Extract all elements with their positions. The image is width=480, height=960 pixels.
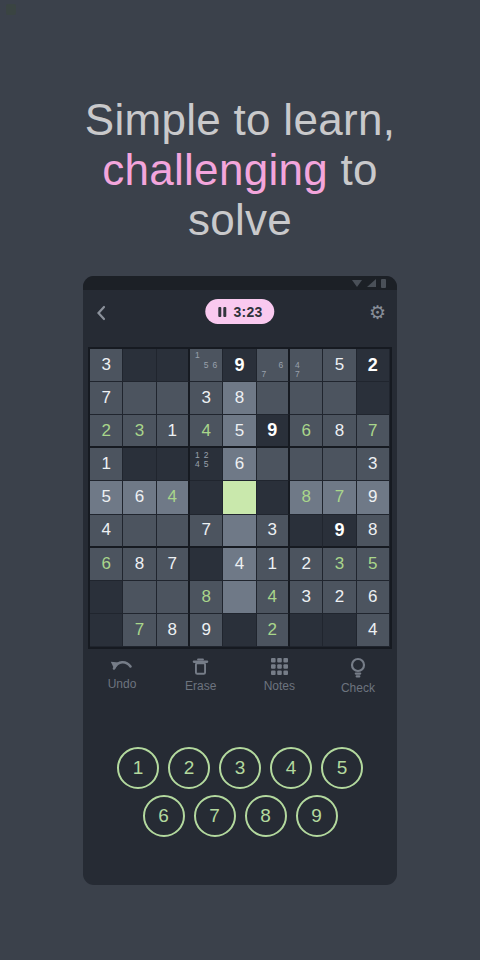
cell-r8c8[interactable]: 2 xyxy=(323,581,356,614)
pencil-mark xyxy=(202,351,211,360)
pencil-mark xyxy=(302,370,311,379)
pencil-mark xyxy=(211,450,220,459)
pencil-mark: 6 xyxy=(277,360,285,369)
numpad-row-1: 12345 xyxy=(117,747,363,789)
cell-r9c5[interactable] xyxy=(223,614,256,647)
cell-r2c7[interactable] xyxy=(290,382,323,415)
cell-r4c7[interactable] xyxy=(290,448,323,481)
numpad-button-2[interactable]: 2 xyxy=(168,747,210,789)
cell-r4c5[interactable]: 6 xyxy=(223,448,256,481)
numpad-button-9[interactable]: 9 xyxy=(296,795,338,837)
pencil-mark xyxy=(193,370,202,379)
cell-r3c9[interactable]: 7 xyxy=(357,415,390,448)
cell-r2c3[interactable] xyxy=(157,382,190,415)
cell-r2c5[interactable]: 8 xyxy=(223,382,256,415)
numpad-button-3[interactable]: 3 xyxy=(219,747,261,789)
pencil-mark xyxy=(311,351,320,360)
headline-highlight: challenging xyxy=(102,145,328,194)
pencil-mark xyxy=(302,351,311,360)
pencil-mark xyxy=(193,360,202,369)
trash-icon xyxy=(191,657,210,676)
numpad-row-2: 6789 xyxy=(143,795,338,837)
sudoku-board: 3156967475273823145968711245635648794739… xyxy=(88,347,392,649)
cell-r7c6[interactable]: 1 xyxy=(257,548,290,581)
cell-r5c7[interactable]: 8 xyxy=(290,481,323,514)
cell-r1c8[interactable]: 5 xyxy=(323,349,356,382)
cell-r1c9[interactable]: 2 xyxy=(357,349,390,382)
cell-r3c7[interactable]: 6 xyxy=(290,415,323,448)
cell-r6c7[interactable] xyxy=(290,515,323,548)
pencil-mark xyxy=(202,469,211,478)
cell-r6c8[interactable]: 9 xyxy=(323,515,356,548)
cell-r9c8[interactable] xyxy=(323,614,356,647)
cell-r1c7[interactable]: 47 xyxy=(290,349,323,382)
chevron-left-icon xyxy=(99,307,105,319)
cell-r2c2[interactable] xyxy=(123,382,156,415)
cell-r5c9[interactable]: 9 xyxy=(357,481,390,514)
cell-r2c8[interactable] xyxy=(323,382,356,415)
grid-icon xyxy=(270,657,289,676)
pencil-mark: 5 xyxy=(202,360,211,369)
pencil-mark xyxy=(311,370,320,379)
pencil-mark xyxy=(293,351,302,360)
cell-r7c5[interactable]: 4 xyxy=(223,548,256,581)
cell-r7c9[interactable]: 5 xyxy=(357,548,390,581)
pencil-mark xyxy=(302,360,311,369)
cell-r9c2[interactable]: 7 xyxy=(123,614,156,647)
pencil-mark xyxy=(211,469,220,478)
cell-r4c1[interactable]: 1 xyxy=(90,448,123,481)
headline-line3: solve xyxy=(188,195,292,244)
cell-r6c5[interactable] xyxy=(223,515,256,548)
cell-r6c3[interactable] xyxy=(157,515,190,548)
pencil-mark xyxy=(211,370,220,379)
timer-pill[interactable]: 3:23 xyxy=(205,299,274,324)
cell-r7c2[interactable]: 8 xyxy=(123,548,156,581)
cell-r2c9[interactable] xyxy=(357,382,390,415)
numpad-button-8[interactable]: 8 xyxy=(245,795,287,837)
cell-r3c5[interactable]: 5 xyxy=(223,415,256,448)
wifi-icon xyxy=(352,280,362,287)
pencil-mark: 1 xyxy=(193,351,202,360)
cell-r5c6[interactable] xyxy=(257,481,290,514)
cell-r3c8[interactable]: 8 xyxy=(323,415,356,448)
cell-r6c6[interactable]: 3 xyxy=(257,515,290,548)
toolbar: Undo Erase Notes xyxy=(83,657,397,695)
cell-r3c3[interactable]: 1 xyxy=(157,415,190,448)
cell-r3c6[interactable]: 9 xyxy=(257,415,290,448)
cell-r4c8[interactable] xyxy=(323,448,356,481)
cell-r1c3[interactable] xyxy=(157,349,190,382)
cell-r8c3[interactable] xyxy=(157,581,190,614)
pencil-mark: 7 xyxy=(293,370,302,379)
numpad-button-7[interactable]: 7 xyxy=(194,795,236,837)
phone-mockup: 3:23 ⚙ 315696747527382314596871124563564… xyxy=(83,276,397,885)
numpad-button-5[interactable]: 5 xyxy=(321,747,363,789)
pencil-mark xyxy=(277,370,285,379)
pencil-mark: 6 xyxy=(211,360,220,369)
notes-label: Notes xyxy=(264,679,295,693)
cell-r2c1[interactable]: 7 xyxy=(90,382,123,415)
cell-r1c5[interactable]: 9 xyxy=(223,349,256,382)
promo-screen: Simple to learn,challenging tosolve 3:23… xyxy=(0,0,480,960)
settings-button[interactable]: ⚙ xyxy=(369,301,386,325)
cell-r4c9[interactable]: 3 xyxy=(357,448,390,481)
cell-r7c4[interactable] xyxy=(190,548,223,581)
cell-r8c1[interactable] xyxy=(90,581,123,614)
cell-r1c6[interactable]: 67 xyxy=(257,349,290,382)
cell-r9c1[interactable] xyxy=(90,614,123,647)
pencil-mark: 7 xyxy=(260,370,268,379)
check-label: Check xyxy=(341,681,375,695)
cell-r6c2[interactable] xyxy=(123,515,156,548)
pause-icon xyxy=(217,307,227,317)
cell-r4c4[interactable]: 1245 xyxy=(190,448,223,481)
undo-button[interactable]: Undo xyxy=(93,657,151,695)
cell-r9c3[interactable]: 8 xyxy=(157,614,190,647)
cell-r4c2[interactable] xyxy=(123,448,156,481)
numpad-button-1[interactable]: 1 xyxy=(117,747,159,789)
pencil-mark xyxy=(268,370,276,379)
undo-icon xyxy=(110,657,134,674)
cell-r8c2[interactable] xyxy=(123,581,156,614)
pencil-mark xyxy=(202,370,211,379)
headline-line1: Simple to learn, xyxy=(85,95,396,144)
headline-line2-rest: to xyxy=(328,145,378,194)
pencil-mark xyxy=(268,360,276,369)
cell-r8c5[interactable] xyxy=(223,581,256,614)
cell-r5c4[interactable] xyxy=(190,481,223,514)
pencil-mark xyxy=(277,351,285,360)
cell-r5c1[interactable]: 5 xyxy=(90,481,123,514)
cell-r6c4[interactable]: 7 xyxy=(190,515,223,548)
cell-r1c2[interactable] xyxy=(123,349,156,382)
cell-r7c8[interactable]: 3 xyxy=(323,548,356,581)
lightbulb-icon xyxy=(348,657,368,678)
signal-icon xyxy=(367,279,376,287)
cell-r5c3[interactable]: 4 xyxy=(157,481,190,514)
cell-r8c9[interactable]: 6 xyxy=(357,581,390,614)
cell-r9c6[interactable]: 2 xyxy=(257,614,290,647)
cell-r6c9[interactable]: 8 xyxy=(357,515,390,548)
cell-r5c8[interactable]: 7 xyxy=(323,481,356,514)
cell-r3c1[interactable]: 2 xyxy=(90,415,123,448)
cell-r1c4[interactable]: 156 xyxy=(190,349,223,382)
pencil-mark xyxy=(211,351,220,360)
status-dot xyxy=(6,4,16,15)
pencil-mark xyxy=(193,469,202,478)
cell-r7c3[interactable]: 7 xyxy=(157,548,190,581)
pencil-mark xyxy=(268,351,276,360)
check-button[interactable]: Check xyxy=(329,657,387,695)
numpad: 12345 6789 xyxy=(83,747,397,837)
cell-r1c1[interactable]: 3 xyxy=(90,349,123,382)
cell-r8c7[interactable]: 3 xyxy=(290,581,323,614)
cell-r4c3[interactable] xyxy=(157,448,190,481)
pencil-mark xyxy=(260,351,268,360)
cell-r2c4[interactable]: 3 xyxy=(190,382,223,415)
cell-r6c1[interactable]: 4 xyxy=(90,515,123,548)
appbar: 3:23 ⚙ xyxy=(83,292,397,336)
battery-icon xyxy=(381,279,386,288)
back-button[interactable] xyxy=(96,305,106,321)
cell-r7c7[interactable]: 2 xyxy=(290,548,323,581)
phone-statusbar xyxy=(83,276,397,290)
cell-r9c9[interactable]: 4 xyxy=(357,614,390,647)
cell-r9c7[interactable] xyxy=(290,614,323,647)
cell-r3c4[interactable]: 4 xyxy=(190,415,223,448)
cell-r9c4[interactable]: 9 xyxy=(190,614,223,647)
erase-button[interactable]: Erase xyxy=(172,657,230,695)
cell-r4c6[interactable] xyxy=(257,448,290,481)
cell-r7c1[interactable]: 6 xyxy=(90,548,123,581)
cell-r3c2[interactable]: 3 xyxy=(123,415,156,448)
numpad-button-6[interactable]: 6 xyxy=(143,795,185,837)
headline: Simple to learn,challenging tosolve xyxy=(0,95,480,245)
pencil-mark xyxy=(311,360,320,369)
cell-r5c5[interactable] xyxy=(223,481,256,514)
undo-label: Undo xyxy=(108,677,137,691)
pencil-mark xyxy=(211,460,220,469)
cell-r8c6[interactable]: 4 xyxy=(257,581,290,614)
cell-r2c6[interactable] xyxy=(257,382,290,415)
cell-r8c4[interactable]: 8 xyxy=(190,581,223,614)
pencil-mark: 5 xyxy=(202,460,211,469)
pencil-mark: 4 xyxy=(193,460,202,469)
notes-button[interactable]: Notes xyxy=(250,657,308,695)
cell-r5c2[interactable]: 6 xyxy=(123,481,156,514)
numpad-button-4[interactable]: 4 xyxy=(270,747,312,789)
erase-label: Erase xyxy=(185,679,216,693)
timer-text: 3:23 xyxy=(233,304,262,320)
